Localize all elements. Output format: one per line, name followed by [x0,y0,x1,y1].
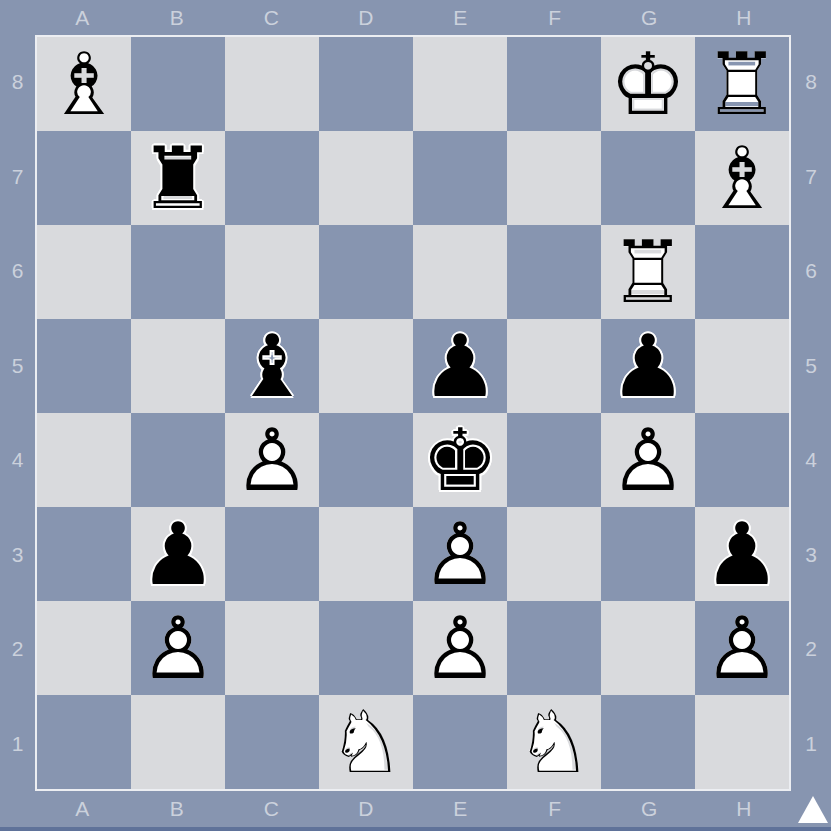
pawn-glyph-fill: ♟ [131,601,225,695]
rank-label-right-6: 6 [791,224,831,319]
square-c2[interactable] [225,601,319,695]
square-d8[interactable] [319,37,413,131]
knight-glyph-outline: ♘ [319,695,413,789]
square-e6[interactable] [413,225,507,319]
rank-labels-left: 87654321 [0,35,35,791]
chess-app-window: ABCDEFGH ABCDEFGH 87654321 87654321 ♝♗♚♔… [0,0,831,831]
rook-glyph-outline: ♜ [131,131,225,225]
rook-glyph-fill: ♜ [601,225,695,319]
rank-label-left-7: 7 [0,130,35,225]
rook-glyph-outline: ♖ [695,37,789,131]
square-c7[interactable] [225,131,319,225]
square-e4[interactable]: ♔♚ [413,413,507,507]
bishop-glyph-outline: ♗ [695,131,789,225]
file-labels-bottom: ABCDEFGH [35,791,791,829]
knight-glyph-fill: ♞ [507,695,601,789]
square-h6[interactable] [695,225,789,319]
square-a4[interactable] [37,413,131,507]
square-e1[interactable] [413,695,507,789]
piece-white-knight-d1[interactable]: ♞♘ [319,695,413,789]
piece-white-pawn-e3[interactable]: ♟♙ [413,507,507,601]
piece-white-pawn-c4[interactable]: ♟♙ [225,413,319,507]
square-h2[interactable]: ♟♙ [695,601,789,695]
square-c3[interactable] [225,507,319,601]
pawn-glyph-fill: ♙ [413,319,507,413]
bishop-glyph-fill: ♗ [225,319,319,413]
bishop-glyph-fill: ♝ [37,37,131,131]
square-g2[interactable] [601,601,695,695]
pawn-glyph-outline: ♙ [413,507,507,601]
rank-label-right-4: 4 [791,413,831,508]
square-c6[interactable] [225,225,319,319]
square-h1[interactable] [695,695,789,789]
square-f4[interactable] [507,413,601,507]
piece-white-pawn-g4[interactable]: ♟♙ [601,413,695,507]
file-label-top-F: F [508,0,603,35]
rank-label-right-5: 5 [791,319,831,414]
square-e5[interactable]: ♙♟ [413,319,507,413]
pawn-glyph-fill: ♙ [695,507,789,601]
square-d6[interactable] [319,225,413,319]
file-label-bottom-F: F [508,791,603,829]
piece-black-king-e4[interactable]: ♔♚ [413,413,507,507]
square-a1[interactable] [37,695,131,789]
piece-black-pawn-e5[interactable]: ♙♟ [413,319,507,413]
pawn-glyph-fill: ♟ [601,413,695,507]
piece-white-rook-g6[interactable]: ♜♖ [601,225,695,319]
file-label-bottom-H: H [697,791,792,829]
pawn-glyph-fill: ♙ [131,507,225,601]
square-e2[interactable]: ♟♙ [413,601,507,695]
file-label-top-D: D [319,0,414,35]
square-f8[interactable] [507,37,601,131]
piece-black-pawn-b3[interactable]: ♙♟ [131,507,225,601]
square-b5[interactable] [131,319,225,413]
square-e7[interactable] [413,131,507,225]
file-label-top-A: A [35,0,130,35]
square-f1[interactable]: ♞♘ [507,695,601,789]
square-b2[interactable]: ♟♙ [131,601,225,695]
pawn-glyph-outline: ♙ [695,601,789,695]
square-c5[interactable]: ♗♝ [225,319,319,413]
file-label-top-C: C [224,0,319,35]
rank-label-left-4: 4 [0,413,35,508]
file-label-top-B: B [130,0,225,35]
pawn-glyph-outline: ♟ [413,319,507,413]
square-d2[interactable] [319,601,413,695]
square-d1[interactable]: ♞♘ [319,695,413,789]
file-label-bottom-B: B [130,791,225,829]
pawn-glyph-outline: ♙ [225,413,319,507]
square-b4[interactable] [131,413,225,507]
square-e8[interactable] [413,37,507,131]
chess-board: ♝♗♚♔♜♖♖♜♝♗♜♖♗♝♙♟♙♟♟♙♔♚♟♙♙♟♟♙♙♟♟♙♟♙♟♙♞♘♞♘ [35,35,791,791]
square-g4[interactable]: ♟♙ [601,413,695,507]
square-d7[interactable] [319,131,413,225]
piece-white-bishop-h7[interactable]: ♝♗ [695,131,789,225]
piece-white-bishop-a8[interactable]: ♝♗ [37,37,131,131]
square-h4[interactable] [695,413,789,507]
square-g8[interactable]: ♚♔ [601,37,695,131]
knight-glyph-outline: ♘ [507,695,601,789]
square-f3[interactable] [507,507,601,601]
piece-black-pawn-g5[interactable]: ♙♟ [601,319,695,413]
square-g1[interactable] [601,695,695,789]
file-label-bottom-C: C [224,791,319,829]
square-b3[interactable]: ♙♟ [131,507,225,601]
file-label-top-E: E [413,0,508,35]
pawn-glyph-fill: ♟ [413,601,507,695]
pawn-glyph-outline: ♙ [131,601,225,695]
rook-glyph-fill: ♖ [131,131,225,225]
knight-glyph-fill: ♞ [319,695,413,789]
file-label-bottom-A: A [35,791,130,829]
square-h5[interactable] [695,319,789,413]
square-b8[interactable] [131,37,225,131]
rank-label-left-1: 1 [0,697,35,792]
rook-glyph-fill: ♜ [695,37,789,131]
square-f2[interactable] [507,601,601,695]
square-f6[interactable] [507,225,601,319]
square-c1[interactable] [225,695,319,789]
square-g3[interactable] [601,507,695,601]
pawn-glyph-outline: ♟ [601,319,695,413]
square-a8[interactable]: ♝♗ [37,37,131,131]
white-to-move-triangle-icon [798,796,828,823]
rank-label-left-5: 5 [0,319,35,414]
square-c4[interactable]: ♟♙ [225,413,319,507]
square-g7[interactable] [601,131,695,225]
pawn-glyph-outline: ♟ [695,507,789,601]
square-d3[interactable] [319,507,413,601]
square-c8[interactable] [225,37,319,131]
piece-white-pawn-e2[interactable]: ♟♙ [413,601,507,695]
file-label-top-G: G [602,0,697,35]
window-bottom-edge [0,827,831,831]
square-a6[interactable] [37,225,131,319]
square-d5[interactable] [319,319,413,413]
square-d4[interactable] [319,413,413,507]
rank-label-right-2: 2 [791,602,831,697]
square-a5[interactable] [37,319,131,413]
file-label-top-H: H [697,0,792,35]
pawn-glyph-outline: ♟ [131,507,225,601]
rank-label-right-7: 7 [791,130,831,225]
square-f5[interactable] [507,319,601,413]
square-b1[interactable] [131,695,225,789]
rank-labels-right: 87654321 [791,35,831,791]
square-h7[interactable]: ♝♗ [695,131,789,225]
bishop-glyph-outline: ♝ [225,319,319,413]
piece-white-king-g8[interactable]: ♚♔ [601,37,695,131]
file-label-bottom-E: E [413,791,508,829]
square-f7[interactable] [507,131,601,225]
pawn-glyph-outline: ♙ [601,413,695,507]
king-glyph-outline: ♔ [601,37,695,131]
file-labels-top: ABCDEFGH [35,0,791,35]
rank-label-left-2: 2 [0,602,35,697]
square-b7[interactable]: ♖♜ [131,131,225,225]
rank-label-left-6: 6 [0,224,35,319]
square-b6[interactable] [131,225,225,319]
piece-black-pawn-h3[interactable]: ♙♟ [695,507,789,601]
pawn-glyph-fill: ♙ [601,319,695,413]
pawn-glyph-fill: ♟ [695,601,789,695]
king-glyph-outline: ♚ [413,413,507,507]
piece-black-bishop-c5[interactable]: ♗♝ [225,319,319,413]
pawn-glyph-fill: ♟ [225,413,319,507]
pawn-glyph-outline: ♙ [413,601,507,695]
square-a3[interactable] [37,507,131,601]
file-label-bottom-D: D [319,791,414,829]
square-a2[interactable] [37,601,131,695]
piece-white-rook-h8[interactable]: ♜♖ [695,37,789,131]
square-h3[interactable]: ♙♟ [695,507,789,601]
king-glyph-fill: ♔ [413,413,507,507]
square-g6[interactable]: ♜♖ [601,225,695,319]
rook-glyph-outline: ♖ [601,225,695,319]
file-label-bottom-G: G [602,791,697,829]
piece-black-rook-b7[interactable]: ♖♜ [131,131,225,225]
rank-label-left-8: 8 [0,35,35,130]
bishop-glyph-outline: ♗ [37,37,131,131]
square-a7[interactable] [37,131,131,225]
king-glyph-fill: ♚ [601,37,695,131]
rank-label-left-3: 3 [0,508,35,603]
square-g5[interactable]: ♙♟ [601,319,695,413]
bishop-glyph-fill: ♝ [695,131,789,225]
rank-label-right-1: 1 [791,697,831,792]
piece-white-pawn-b2[interactable]: ♟♙ [131,601,225,695]
rank-label-right-8: 8 [791,35,831,130]
piece-white-knight-f1[interactable]: ♞♘ [507,695,601,789]
square-h8[interactable]: ♜♖ [695,37,789,131]
square-e3[interactable]: ♟♙ [413,507,507,601]
pawn-glyph-fill: ♟ [413,507,507,601]
rank-label-right-3: 3 [791,508,831,603]
piece-white-pawn-h2[interactable]: ♟♙ [695,601,789,695]
